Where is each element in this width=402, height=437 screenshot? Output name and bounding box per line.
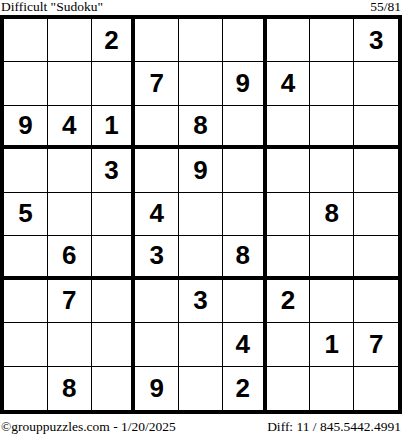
puzzle-title: Difficult "Sudoku" [1,0,103,14]
empty-cell-r6c3[interactable] [92,236,136,279]
empty-cell-r3c9[interactable] [354,106,398,149]
empty-cell-r4c7[interactable] [267,149,311,192]
empty-cell-r1c4[interactable] [135,19,179,62]
empty-cell-r2c3[interactable] [92,62,136,105]
empty-cell-r8c4[interactable] [135,323,179,366]
given-cell-r7c5: 3 [179,280,223,323]
empty-cell-r5c9[interactable] [354,193,398,236]
given-cell-r7c2: 7 [48,280,92,323]
given-cell-r9c4: 9 [135,367,179,410]
empty-cell-r2c8[interactable] [310,62,354,105]
empty-cell-r4c9[interactable] [354,149,398,192]
page-footer: ©grouppuzzles.com - 1/20/2025 Diff: 11 /… [0,414,402,437]
given-cell-r8c8: 1 [310,323,354,366]
empty-cell-r5c6[interactable] [223,193,267,236]
empty-cell-r9c1[interactable] [4,367,48,410]
empty-cell-r7c9[interactable] [354,280,398,323]
empty-cell-r6c8[interactable] [310,236,354,279]
sudoku-page: Difficult "Sudoku" 55/81 237949418395486… [0,0,402,437]
empty-cell-r8c3[interactable] [92,323,136,366]
given-cell-r3c5: 8 [179,106,223,149]
empty-cell-r1c7[interactable] [267,19,311,62]
empty-cell-r8c5[interactable] [179,323,223,366]
empty-cell-r3c7[interactable] [267,106,311,149]
empty-cell-r9c5[interactable] [179,367,223,410]
empty-cell-r6c5[interactable] [179,236,223,279]
given-cell-r4c5: 9 [179,149,223,192]
empty-cell-r7c8[interactable] [310,280,354,323]
given-cell-r6c6: 8 [223,236,267,279]
empty-cell-r3c4[interactable] [135,106,179,149]
given-cell-r7c7: 2 [267,280,311,323]
given-cell-r2c6: 9 [223,62,267,105]
empty-cell-r2c1[interactable] [4,62,48,105]
empty-cell-r8c7[interactable] [267,323,311,366]
empty-cell-r4c8[interactable] [310,149,354,192]
given-cell-r5c8: 8 [310,193,354,236]
page-header: Difficult "Sudoku" 55/81 [0,0,402,15]
empty-cell-r2c2[interactable] [48,62,92,105]
given-cell-r4c3: 3 [92,149,136,192]
empty-cell-r2c5[interactable] [179,62,223,105]
empty-cell-r5c3[interactable] [92,193,136,236]
empty-cell-r8c1[interactable] [4,323,48,366]
difficulty-rating: Diff: 11 / 845.5442.4991 [267,419,401,434]
empty-cell-r7c4[interactable] [135,280,179,323]
empty-cell-r1c5[interactable] [179,19,223,62]
empty-cell-r4c2[interactable] [48,149,92,192]
given-cell-r8c6: 4 [223,323,267,366]
empty-cell-r4c6[interactable] [223,149,267,192]
empty-cell-r7c6[interactable] [223,280,267,323]
given-cell-r3c1: 9 [4,106,48,149]
given-cell-r3c3: 1 [92,106,136,149]
empty-cell-r9c9[interactable] [354,367,398,410]
given-cell-r8c9: 7 [354,323,398,366]
given-cell-r9c2: 8 [48,367,92,410]
empty-cell-r1c1[interactable] [4,19,48,62]
empty-cell-r1c6[interactable] [223,19,267,62]
empty-cell-r9c3[interactable] [92,367,136,410]
given-cell-r1c3: 2 [92,19,136,62]
empty-cell-r8c2[interactable] [48,323,92,366]
empty-cell-r3c8[interactable] [310,106,354,149]
empty-cell-r9c7[interactable] [267,367,311,410]
given-cell-r6c2: 6 [48,236,92,279]
empty-cell-r3c6[interactable] [223,106,267,149]
empty-cell-counter: 55/81 [370,0,401,14]
sudoku-board: 23794941839548638732417892 [0,15,402,414]
empty-cell-r4c1[interactable] [4,149,48,192]
empty-cell-r5c2[interactable] [48,193,92,236]
empty-cell-r6c1[interactable] [4,236,48,279]
empty-cell-r6c7[interactable] [267,236,311,279]
empty-cell-r1c2[interactable] [48,19,92,62]
empty-cell-r7c3[interactable] [92,280,136,323]
empty-cell-r9c8[interactable] [310,367,354,410]
given-cell-r6c4: 3 [135,236,179,279]
copyright-date: ©grouppuzzles.com - 1/20/2025 [1,419,176,434]
empty-cell-r6c9[interactable] [354,236,398,279]
empty-cell-r2c9[interactable] [354,62,398,105]
given-cell-r5c4: 4 [135,193,179,236]
given-cell-r5c1: 5 [4,193,48,236]
empty-cell-r4c4[interactable] [135,149,179,192]
given-cell-r3c2: 4 [48,106,92,149]
empty-cell-r5c5[interactable] [179,193,223,236]
given-cell-r2c7: 4 [267,62,311,105]
given-cell-r1c9: 3 [354,19,398,62]
empty-cell-r1c8[interactable] [310,19,354,62]
given-cell-r2c4: 7 [135,62,179,105]
empty-cell-r7c1[interactable] [4,280,48,323]
empty-cell-r5c7[interactable] [267,193,311,236]
given-cell-r9c6: 2 [223,367,267,410]
